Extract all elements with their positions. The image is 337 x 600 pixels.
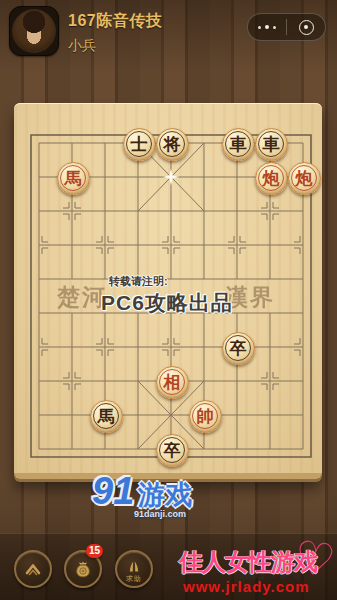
more-options-button[interactable] bbox=[248, 14, 286, 40]
header: 167陈音传技 小兵 bbox=[0, 0, 337, 62]
piece-black-車[interactable]: 車 bbox=[222, 128, 255, 161]
money-pouch-icon bbox=[72, 558, 94, 580]
close-button[interactable] bbox=[287, 14, 325, 40]
title-block: 167陈音传技 小兵 bbox=[68, 11, 162, 55]
avatar[interactable] bbox=[9, 6, 59, 56]
highlight-star bbox=[162, 168, 180, 186]
avatar-image bbox=[12, 9, 56, 53]
logo-text: 游戏 bbox=[138, 477, 192, 513]
chevron-up-icon bbox=[23, 559, 43, 579]
help-button-label: 求助 bbox=[117, 574, 151, 584]
level-title: 167陈音传技 bbox=[68, 11, 162, 32]
piece-black-馬[interactable]: 馬 bbox=[90, 400, 123, 433]
xiangqi-board[interactable]: 楚河 漢界 士将車車馬炮炮卒相馬帥卒 bbox=[14, 103, 322, 479]
level-rank: 小兵 bbox=[68, 37, 162, 55]
pouch-badge: 15 bbox=[86, 544, 103, 558]
piece-black-士[interactable]: 士 bbox=[123, 128, 156, 161]
piece-black-車[interactable]: 車 bbox=[255, 128, 288, 161]
piece-red-相[interactable]: 相 bbox=[156, 366, 189, 399]
piece-red-炮[interactable]: 炮 bbox=[288, 162, 321, 195]
piece-red-帥[interactable]: 帥 bbox=[189, 400, 222, 433]
help-button[interactable]: 求助 bbox=[115, 550, 153, 588]
pieces-layer: 士将車車馬炮炮卒相馬帥卒 bbox=[14, 103, 322, 473]
piece-red-炮[interactable]: 炮 bbox=[255, 162, 288, 195]
app-screen: 167陈音传技 小兵 楚河 漢界 士将車車馬炮炮卒相馬帥卒 转载请注明: PC6… bbox=[0, 0, 337, 600]
piece-black-将[interactable]: 将 bbox=[156, 128, 189, 161]
91games-logo: 91 游戏 91danji.com bbox=[92, 474, 192, 519]
logo-number: 91 bbox=[92, 474, 134, 508]
close-circle-icon bbox=[299, 20, 314, 35]
expand-menu-button[interactable] bbox=[14, 550, 52, 588]
piece-black-卒[interactable]: 卒 bbox=[156, 434, 189, 467]
logo-site-url: 91danji.com bbox=[134, 509, 192, 519]
more-options-icon bbox=[258, 25, 276, 29]
piece-red-馬[interactable]: 馬 bbox=[57, 162, 90, 195]
miniprogram-capsule bbox=[247, 13, 326, 41]
piece-black-卒[interactable]: 卒 bbox=[222, 332, 255, 365]
